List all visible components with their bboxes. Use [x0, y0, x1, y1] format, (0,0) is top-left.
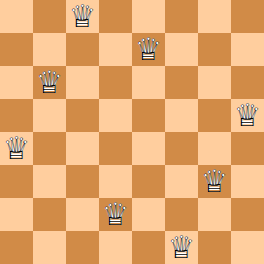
square-h4[interactable]	[231, 132, 264, 165]
square-c1[interactable]	[66, 231, 99, 264]
square-f8[interactable]	[165, 0, 198, 33]
square-b5[interactable]	[33, 99, 66, 132]
square-g4[interactable]	[198, 132, 231, 165]
square-a2[interactable]	[0, 198, 33, 231]
square-h8[interactable]	[231, 0, 264, 33]
square-b8[interactable]	[33, 0, 66, 33]
square-c3[interactable]	[66, 165, 99, 198]
square-d5[interactable]	[99, 99, 132, 132]
square-f5[interactable]	[165, 99, 198, 132]
square-d6[interactable]	[99, 66, 132, 99]
square-f3[interactable]	[165, 165, 198, 198]
square-e5[interactable]	[132, 99, 165, 132]
white-queen-icon: ♕	[33, 66, 66, 99]
white-queen-fill: ♛	[0, 132, 33, 165]
square-e8[interactable]	[132, 0, 165, 33]
white-queen-icon: ♕	[165, 231, 198, 264]
square-a8[interactable]	[0, 0, 33, 33]
square-g7[interactable]	[198, 33, 231, 66]
square-g5[interactable]	[198, 99, 231, 132]
square-d3[interactable]	[99, 165, 132, 198]
white-queen-icon: ♕	[0, 132, 33, 165]
square-f1[interactable]: ♛♕	[165, 231, 198, 264]
square-c7[interactable]	[66, 33, 99, 66]
white-queen-fill: ♛	[99, 198, 132, 231]
square-d4[interactable]	[99, 132, 132, 165]
white-queen-icon: ♕	[231, 99, 264, 132]
white-queen-fill: ♛	[165, 231, 198, 264]
white-queen-fill: ♛	[198, 165, 231, 198]
square-a6[interactable]	[0, 66, 33, 99]
square-g6[interactable]	[198, 66, 231, 99]
square-e4[interactable]	[132, 132, 165, 165]
white-queen-icon: ♕	[132, 33, 165, 66]
square-f7[interactable]	[165, 33, 198, 66]
white-queen-fill: ♛	[33, 66, 66, 99]
square-h1[interactable]	[231, 231, 264, 264]
square-h3[interactable]	[231, 165, 264, 198]
square-g3[interactable]: ♛♕	[198, 165, 231, 198]
square-b4[interactable]	[33, 132, 66, 165]
square-c8[interactable]: ♛♕	[66, 0, 99, 33]
square-b6[interactable]: ♛♕	[33, 66, 66, 99]
square-c2[interactable]	[66, 198, 99, 231]
square-a3[interactable]	[0, 165, 33, 198]
square-b7[interactable]	[33, 33, 66, 66]
square-d2[interactable]: ♛♕	[99, 198, 132, 231]
square-h2[interactable]	[231, 198, 264, 231]
white-queen-icon: ♕	[198, 165, 231, 198]
white-queen-fill: ♛	[132, 33, 165, 66]
square-a4[interactable]: ♛♕	[0, 132, 33, 165]
square-f6[interactable]	[165, 66, 198, 99]
square-d1[interactable]	[99, 231, 132, 264]
square-a7[interactable]	[0, 33, 33, 66]
square-b1[interactable]	[33, 231, 66, 264]
square-d8[interactable]	[99, 0, 132, 33]
white-queen-icon: ♕	[66, 0, 99, 33]
square-g2[interactable]	[198, 198, 231, 231]
square-b3[interactable]	[33, 165, 66, 198]
square-e2[interactable]	[132, 198, 165, 231]
square-e1[interactable]	[132, 231, 165, 264]
square-a1[interactable]	[0, 231, 33, 264]
white-queen-fill: ♛	[231, 99, 264, 132]
square-f4[interactable]	[165, 132, 198, 165]
square-c6[interactable]	[66, 66, 99, 99]
square-f2[interactable]	[165, 198, 198, 231]
square-h7[interactable]	[231, 33, 264, 66]
square-h5[interactable]: ♛♕	[231, 99, 264, 132]
square-g1[interactable]	[198, 231, 231, 264]
square-e6[interactable]	[132, 66, 165, 99]
chess-board: ♛♕♛♕♛♕♛♕♛♕♛♕♛♕♛♕	[0, 0, 264, 264]
white-queen-icon: ♕	[99, 198, 132, 231]
square-e7[interactable]: ♛♕	[132, 33, 165, 66]
square-c4[interactable]	[66, 132, 99, 165]
square-d7[interactable]	[99, 33, 132, 66]
square-c5[interactable]	[66, 99, 99, 132]
square-g8[interactable]	[198, 0, 231, 33]
square-a5[interactable]	[0, 99, 33, 132]
square-e3[interactable]	[132, 165, 165, 198]
white-queen-fill: ♛	[66, 0, 99, 33]
square-b2[interactable]	[33, 198, 66, 231]
square-h6[interactable]	[231, 66, 264, 99]
